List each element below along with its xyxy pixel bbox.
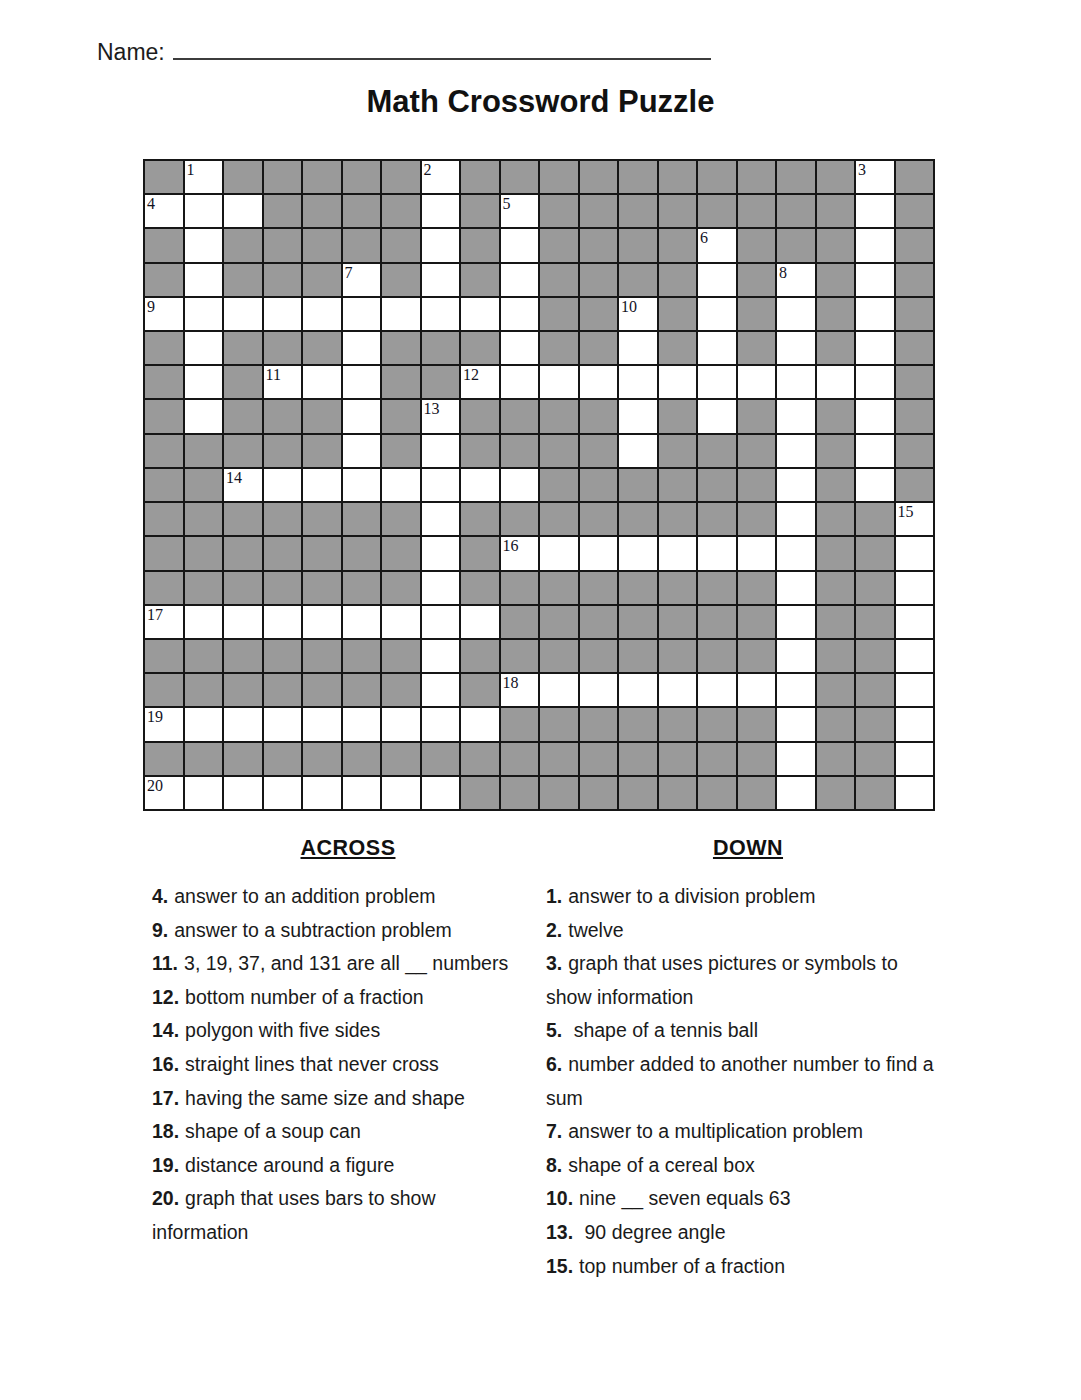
cell-r1-c20 bbox=[896, 161, 934, 193]
cell-r2-c8[interactable] bbox=[422, 195, 460, 227]
cell-r7-c6[interactable] bbox=[343, 366, 381, 398]
cell-r16-c15[interactable] bbox=[698, 674, 736, 706]
down-clue-5: 5. shape of a tennis ball bbox=[546, 1014, 950, 1048]
cell-r17-c9[interactable] bbox=[461, 708, 499, 740]
cell-r11-c14 bbox=[659, 503, 697, 535]
cell-r1-c4 bbox=[264, 161, 302, 193]
cell-r15-c9 bbox=[461, 640, 499, 672]
cell-r5-c8[interactable] bbox=[422, 298, 460, 330]
cell-r1-c14 bbox=[659, 161, 697, 193]
name-blank-line[interactable] bbox=[173, 36, 711, 60]
clue-number: 9. bbox=[152, 919, 168, 941]
cell-r16-c10[interactable]: 18 bbox=[501, 674, 539, 706]
cell-r13-c16 bbox=[738, 572, 776, 604]
cell-r16-c13[interactable] bbox=[619, 674, 657, 706]
cell-r2-c3[interactable] bbox=[224, 195, 262, 227]
cell-r9-c19[interactable] bbox=[856, 435, 894, 467]
cell-r2-c17 bbox=[777, 195, 815, 227]
cell-r2-c19[interactable] bbox=[856, 195, 894, 227]
cell-r10-c6[interactable] bbox=[343, 469, 381, 501]
cell-r16-c8[interactable] bbox=[422, 674, 460, 706]
cell-r16-c14[interactable] bbox=[659, 674, 697, 706]
cell-r12-c7 bbox=[382, 537, 420, 569]
cell-r5-c20 bbox=[896, 298, 934, 330]
cell-number: 2 bbox=[424, 161, 432, 179]
cell-r8-c4 bbox=[264, 400, 302, 432]
cell-r15-c11 bbox=[540, 640, 578, 672]
cell-r6-c15[interactable] bbox=[698, 332, 736, 364]
cell-r18-c16 bbox=[738, 743, 776, 775]
cell-r10-c19[interactable] bbox=[856, 469, 894, 501]
cell-r5-c3[interactable] bbox=[224, 298, 262, 330]
cell-r16-c11[interactable] bbox=[540, 674, 578, 706]
cell-r16-c18 bbox=[817, 674, 855, 706]
cell-r8-c18 bbox=[817, 400, 855, 432]
cell-r19-c17[interactable] bbox=[777, 777, 815, 809]
clue-text: bottom number of a fraction bbox=[185, 986, 423, 1008]
cell-r6-c7 bbox=[382, 332, 420, 364]
cell-r17-c20[interactable] bbox=[896, 708, 934, 740]
cell-r12-c18 bbox=[817, 537, 855, 569]
cell-r10-c5[interactable] bbox=[303, 469, 341, 501]
cell-r10-c17[interactable] bbox=[777, 469, 815, 501]
cell-r6-c2[interactable] bbox=[185, 332, 223, 364]
cell-r15-c14 bbox=[659, 640, 697, 672]
cell-r13-c10 bbox=[501, 572, 539, 604]
cell-r4-c5 bbox=[303, 264, 341, 296]
cell-r14-c16 bbox=[738, 606, 776, 638]
cell-r7-c17[interactable] bbox=[777, 366, 815, 398]
cell-r18-c18 bbox=[817, 743, 855, 775]
cell-r5-c7[interactable] bbox=[382, 298, 420, 330]
cell-r19-c6[interactable] bbox=[343, 777, 381, 809]
cell-r8-c13[interactable] bbox=[619, 400, 657, 432]
cell-r5-c16 bbox=[738, 298, 776, 330]
cell-r9-c13[interactable] bbox=[619, 435, 657, 467]
cell-r10-c18 bbox=[817, 469, 855, 501]
cell-r6-c11 bbox=[540, 332, 578, 364]
cell-r2-c2[interactable] bbox=[185, 195, 223, 227]
cell-r12-c15[interactable] bbox=[698, 537, 736, 569]
cell-r16-c6 bbox=[343, 674, 381, 706]
cell-r18-c19 bbox=[856, 743, 894, 775]
cell-r4-c17[interactable]: 8 bbox=[777, 264, 815, 296]
cell-r17-c1[interactable]: 19 bbox=[145, 708, 183, 740]
cell-r17-c5[interactable] bbox=[303, 708, 341, 740]
cell-r7-c3 bbox=[224, 366, 262, 398]
cell-r19-c1[interactable]: 20 bbox=[145, 777, 183, 809]
cell-r14-c17[interactable] bbox=[777, 606, 815, 638]
cell-r19-c14 bbox=[659, 777, 697, 809]
cell-r6-c20 bbox=[896, 332, 934, 364]
cell-r7-c5[interactable] bbox=[303, 366, 341, 398]
cell-r18-c3 bbox=[224, 743, 262, 775]
cell-r17-c15 bbox=[698, 708, 736, 740]
cell-r18-c17[interactable] bbox=[777, 743, 815, 775]
cell-r15-c17[interactable] bbox=[777, 640, 815, 672]
cell-r2-c5 bbox=[303, 195, 341, 227]
cell-r2-c1[interactable]: 4 bbox=[145, 195, 183, 227]
cell-r11-c4 bbox=[264, 503, 302, 535]
cell-r19-c12 bbox=[580, 777, 618, 809]
clue-text: answer to a multiplication problem bbox=[568, 1120, 863, 1142]
cell-r3-c15[interactable]: 6 bbox=[698, 229, 736, 261]
cell-r9-c11 bbox=[540, 435, 578, 467]
cell-r11-c9 bbox=[461, 503, 499, 535]
cell-r3-c16 bbox=[738, 229, 776, 261]
cell-number: 1 bbox=[187, 161, 195, 179]
cell-r9-c12 bbox=[580, 435, 618, 467]
worksheet-page: Name: Math Crossword Puzzle 123456789101… bbox=[0, 0, 1081, 1400]
cell-r19-c2[interactable] bbox=[185, 777, 223, 809]
cell-r19-c4[interactable] bbox=[264, 777, 302, 809]
clue-text: 3, 19, 37, and 131 are all __ numbers bbox=[184, 952, 508, 974]
cell-r19-c7[interactable] bbox=[382, 777, 420, 809]
cell-r15-c13 bbox=[619, 640, 657, 672]
cell-r8-c20 bbox=[896, 400, 934, 432]
cell-r15-c3 bbox=[224, 640, 262, 672]
cell-r15-c10 bbox=[501, 640, 539, 672]
cell-r9-c6[interactable] bbox=[343, 435, 381, 467]
cell-r14-c1[interactable]: 17 bbox=[145, 606, 183, 638]
cell-r13-c1 bbox=[145, 572, 183, 604]
cell-r12-c12[interactable] bbox=[580, 537, 618, 569]
cell-r5-c4[interactable] bbox=[264, 298, 302, 330]
cell-r10-c9[interactable] bbox=[461, 469, 499, 501]
cell-r14-c8[interactable] bbox=[422, 606, 460, 638]
cell-r16-c16[interactable] bbox=[738, 674, 776, 706]
cell-r4-c10[interactable] bbox=[501, 264, 539, 296]
cell-r4-c4 bbox=[264, 264, 302, 296]
cell-r6-c14 bbox=[659, 332, 697, 364]
cell-r15-c16 bbox=[738, 640, 776, 672]
cell-r7-c12[interactable] bbox=[580, 366, 618, 398]
cell-r7-c2[interactable] bbox=[185, 366, 223, 398]
cell-r6-c17[interactable] bbox=[777, 332, 815, 364]
cell-r11-c3 bbox=[224, 503, 262, 535]
cell-r10-c4[interactable] bbox=[264, 469, 302, 501]
cell-r17-c13 bbox=[619, 708, 657, 740]
cell-r3-c11 bbox=[540, 229, 578, 261]
cell-r16-c17[interactable] bbox=[777, 674, 815, 706]
cell-r11-c18 bbox=[817, 503, 855, 535]
cell-r15-c15 bbox=[698, 640, 736, 672]
cell-r2-c15 bbox=[698, 195, 736, 227]
cell-r15-c5 bbox=[303, 640, 341, 672]
cell-r3-c19[interactable] bbox=[856, 229, 894, 261]
cell-r5-c6[interactable] bbox=[343, 298, 381, 330]
cell-r10-c8[interactable] bbox=[422, 469, 460, 501]
cell-r7-c4[interactable]: 11 bbox=[264, 366, 302, 398]
cell-r11-c5 bbox=[303, 503, 341, 535]
cell-r3-c8[interactable] bbox=[422, 229, 460, 261]
cell-r14-c9[interactable] bbox=[461, 606, 499, 638]
cell-r13-c9 bbox=[461, 572, 499, 604]
cell-r19-c13 bbox=[619, 777, 657, 809]
cell-r4-c8[interactable] bbox=[422, 264, 460, 296]
cell-r13-c5 bbox=[303, 572, 341, 604]
cell-r19-c18 bbox=[817, 777, 855, 809]
cell-r12-c6 bbox=[343, 537, 381, 569]
cell-r4-c7 bbox=[382, 264, 420, 296]
cell-r16-c20[interactable] bbox=[896, 674, 934, 706]
cell-r14-c12 bbox=[580, 606, 618, 638]
clue-number: 20. bbox=[152, 1187, 179, 1209]
cell-r12-c16[interactable] bbox=[738, 537, 776, 569]
cell-r19-c3[interactable] bbox=[224, 777, 262, 809]
cell-r1-c18 bbox=[817, 161, 855, 193]
cell-r17-c18 bbox=[817, 708, 855, 740]
cell-r3-c3 bbox=[224, 229, 262, 261]
cell-r4-c15[interactable] bbox=[698, 264, 736, 296]
cell-r4-c2[interactable] bbox=[185, 264, 223, 296]
cell-r14-c14 bbox=[659, 606, 697, 638]
cell-r19-c5[interactable] bbox=[303, 777, 341, 809]
cell-r5-c13[interactable]: 10 bbox=[619, 298, 657, 330]
cell-r14-c18 bbox=[817, 606, 855, 638]
cell-number: 10 bbox=[621, 298, 637, 316]
cell-r16-c7 bbox=[382, 674, 420, 706]
cell-r2-c18 bbox=[817, 195, 855, 227]
cell-r3-c2[interactable] bbox=[185, 229, 223, 261]
cell-r14-c2[interactable] bbox=[185, 606, 223, 638]
cell-r17-c3[interactable] bbox=[224, 708, 262, 740]
cell-r8-c11 bbox=[540, 400, 578, 432]
cell-r15-c8[interactable] bbox=[422, 640, 460, 672]
cell-r8-c17[interactable] bbox=[777, 400, 815, 432]
cell-r9-c8[interactable] bbox=[422, 435, 460, 467]
cell-r8-c2[interactable] bbox=[185, 400, 223, 432]
cell-r10-c7[interactable] bbox=[382, 469, 420, 501]
cell-r11-c1 bbox=[145, 503, 183, 535]
cell-r14-c5[interactable] bbox=[303, 606, 341, 638]
cell-r8-c6[interactable] bbox=[343, 400, 381, 432]
cell-r14-c19 bbox=[856, 606, 894, 638]
cell-r12-c14[interactable] bbox=[659, 537, 697, 569]
cell-r18-c7 bbox=[382, 743, 420, 775]
cell-r12-c11[interactable] bbox=[540, 537, 578, 569]
cell-r8-c19[interactable] bbox=[856, 400, 894, 432]
cell-r5-c15[interactable] bbox=[698, 298, 736, 330]
across-clue-20: 20.graph that uses bars to show informat… bbox=[152, 1182, 544, 1249]
cell-r15-c12 bbox=[580, 640, 618, 672]
cell-r5-c17[interactable] bbox=[777, 298, 815, 330]
cell-r1-c19[interactable]: 3 bbox=[856, 161, 894, 193]
cell-r11-c6 bbox=[343, 503, 381, 535]
cell-r19-c19 bbox=[856, 777, 894, 809]
cell-r7-c16[interactable] bbox=[738, 366, 776, 398]
cell-r16-c2 bbox=[185, 674, 223, 706]
down-clue-15: 15.top number of a fraction bbox=[546, 1250, 950, 1284]
cell-r17-c4[interactable] bbox=[264, 708, 302, 740]
cell-r3-c10[interactable] bbox=[501, 229, 539, 261]
cell-r12-c2 bbox=[185, 537, 223, 569]
cell-r19-c9 bbox=[461, 777, 499, 809]
cell-r11-c8[interactable] bbox=[422, 503, 460, 535]
cell-r1-c5 bbox=[303, 161, 341, 193]
cell-r7-c18[interactable] bbox=[817, 366, 855, 398]
down-clue-7: 7.answer to a multiplication problem bbox=[546, 1115, 950, 1149]
clue-text: graph that uses bars to show information bbox=[152, 1187, 436, 1243]
cell-r2-c10[interactable]: 5 bbox=[501, 195, 539, 227]
cell-r14-c10 bbox=[501, 606, 539, 638]
cell-r12-c20[interactable] bbox=[896, 537, 934, 569]
cell-number: 4 bbox=[147, 195, 155, 213]
cell-number: 8 bbox=[779, 264, 787, 282]
cell-r12-c13[interactable] bbox=[619, 537, 657, 569]
cell-r3-c14 bbox=[659, 229, 697, 261]
across-section: ACROSS 4.answer to an addition problem9.… bbox=[152, 836, 544, 1250]
cell-r11-c2 bbox=[185, 503, 223, 535]
cell-r2-c20 bbox=[896, 195, 934, 227]
cell-number: 19 bbox=[147, 708, 163, 726]
cell-r6-c4 bbox=[264, 332, 302, 364]
cell-r9-c17[interactable] bbox=[777, 435, 815, 467]
clue-text: graph that uses pictures or symbols to s… bbox=[546, 952, 898, 1008]
cell-r13-c4 bbox=[264, 572, 302, 604]
cell-number: 18 bbox=[503, 674, 519, 692]
cell-r13-c17[interactable] bbox=[777, 572, 815, 604]
cell-r15-c18 bbox=[817, 640, 855, 672]
clue-number: 2. bbox=[546, 919, 562, 941]
cell-r18-c5 bbox=[303, 743, 341, 775]
cell-r14-c3[interactable] bbox=[224, 606, 262, 638]
cell-r11-c16 bbox=[738, 503, 776, 535]
cell-r7-c11[interactable] bbox=[540, 366, 578, 398]
cell-r12-c17[interactable] bbox=[777, 537, 815, 569]
cell-r6-c19[interactable] bbox=[856, 332, 894, 364]
cell-r7-c13[interactable] bbox=[619, 366, 657, 398]
cell-r8-c5 bbox=[303, 400, 341, 432]
cell-r14-c13 bbox=[619, 606, 657, 638]
cell-r5-c9[interactable] bbox=[461, 298, 499, 330]
cell-r13-c8[interactable] bbox=[422, 572, 460, 604]
cell-r4-c6[interactable]: 7 bbox=[343, 264, 381, 296]
clue-number: 5. bbox=[546, 1019, 562, 1041]
cell-r7-c14[interactable] bbox=[659, 366, 697, 398]
cell-r12-c5 bbox=[303, 537, 341, 569]
cell-r6-c10[interactable] bbox=[501, 332, 539, 364]
cell-r17-c7[interactable] bbox=[382, 708, 420, 740]
clue-number: 6. bbox=[546, 1053, 562, 1075]
cell-r11-c20[interactable]: 15 bbox=[896, 503, 934, 535]
cell-r17-c12 bbox=[580, 708, 618, 740]
cell-r6-c13[interactable] bbox=[619, 332, 657, 364]
cell-r1-c3 bbox=[224, 161, 262, 193]
cell-r5-c19[interactable] bbox=[856, 298, 894, 330]
cell-r8-c8[interactable]: 13 bbox=[422, 400, 460, 432]
across-clue-11: 11.3, 19, 37, and 131 are all __ numbers bbox=[152, 947, 544, 981]
clue-text: 90 degree angle bbox=[579, 1221, 725, 1243]
cell-r8-c16 bbox=[738, 400, 776, 432]
cell-r5-c2[interactable] bbox=[185, 298, 223, 330]
cell-r3-c4 bbox=[264, 229, 302, 261]
cell-r4-c13 bbox=[619, 264, 657, 296]
cell-r11-c17[interactable] bbox=[777, 503, 815, 535]
across-clue-12: 12.bottom number of a fraction bbox=[152, 981, 544, 1015]
clue-text: answer to an addition problem bbox=[174, 885, 435, 907]
cell-r17-c17[interactable] bbox=[777, 708, 815, 740]
clue-number: 1. bbox=[546, 885, 562, 907]
cell-r14-c4[interactable] bbox=[264, 606, 302, 638]
clue-text: answer to a division problem bbox=[568, 885, 815, 907]
cell-r10-c1 bbox=[145, 469, 183, 501]
cell-r7-c15[interactable] bbox=[698, 366, 736, 398]
cell-r15-c20[interactable] bbox=[896, 640, 934, 672]
cell-number: 9 bbox=[147, 298, 155, 316]
cell-r16-c3 bbox=[224, 674, 262, 706]
down-clue-list: 1.answer to a division problem2.twelve3.… bbox=[546, 880, 950, 1283]
clue-number: 15. bbox=[546, 1255, 573, 1277]
cell-r12-c10[interactable]: 16 bbox=[501, 537, 539, 569]
clue-text: straight lines that never cross bbox=[185, 1053, 439, 1075]
down-clue-1: 1.answer to a division problem bbox=[546, 880, 950, 914]
clue-text: top number of a fraction bbox=[579, 1255, 785, 1277]
cell-r5-c10[interactable] bbox=[501, 298, 539, 330]
cell-r1-c8[interactable]: 2 bbox=[422, 161, 460, 193]
cell-r17-c2[interactable] bbox=[185, 708, 223, 740]
cell-r1-c10 bbox=[501, 161, 539, 193]
cell-r6-c6[interactable] bbox=[343, 332, 381, 364]
cell-r7-c19[interactable] bbox=[856, 366, 894, 398]
cell-r17-c8[interactable] bbox=[422, 708, 460, 740]
cell-r10-c3[interactable]: 14 bbox=[224, 469, 262, 501]
cell-r10-c11 bbox=[540, 469, 578, 501]
cell-r19-c20[interactable] bbox=[896, 777, 934, 809]
cell-r19-c11 bbox=[540, 777, 578, 809]
cell-r8-c15[interactable] bbox=[698, 400, 736, 432]
cell-r1-c17 bbox=[777, 161, 815, 193]
page-title: Math Crossword Puzzle bbox=[0, 84, 1081, 120]
cell-r5-c5[interactable] bbox=[303, 298, 341, 330]
cell-r4-c19[interactable] bbox=[856, 264, 894, 296]
cell-r11-c10 bbox=[501, 503, 539, 535]
cell-r7-c10[interactable] bbox=[501, 366, 539, 398]
cell-r14-c20[interactable] bbox=[896, 606, 934, 638]
cell-number: 16 bbox=[503, 537, 519, 555]
clue-text: number added to another number to find a… bbox=[546, 1053, 934, 1109]
cell-r18-c20[interactable] bbox=[896, 743, 934, 775]
cell-r4-c11 bbox=[540, 264, 578, 296]
cell-r14-c7[interactable] bbox=[382, 606, 420, 638]
cell-r15-c1 bbox=[145, 640, 183, 672]
cell-r3-c17 bbox=[777, 229, 815, 261]
cell-r6-c18 bbox=[817, 332, 855, 364]
cell-r15-c6 bbox=[343, 640, 381, 672]
cell-r13-c20[interactable] bbox=[896, 572, 934, 604]
cell-r3-c1 bbox=[145, 229, 183, 261]
across-clue-9: 9.answer to a subtraction problem bbox=[152, 914, 544, 948]
cell-r2-c12 bbox=[580, 195, 618, 227]
cell-r1-c16 bbox=[738, 161, 776, 193]
cell-r13-c14 bbox=[659, 572, 697, 604]
cell-r2-c9 bbox=[461, 195, 499, 227]
cell-r19-c10 bbox=[501, 777, 539, 809]
cell-r17-c6[interactable] bbox=[343, 708, 381, 740]
cell-r5-c1[interactable]: 9 bbox=[145, 298, 183, 330]
cell-r1-c2[interactable]: 1 bbox=[185, 161, 223, 193]
cell-r7-c9[interactable]: 12 bbox=[461, 366, 499, 398]
cell-r16-c1 bbox=[145, 674, 183, 706]
cell-r12-c8[interactable] bbox=[422, 537, 460, 569]
cell-r3-c13 bbox=[619, 229, 657, 261]
clue-number: 4. bbox=[152, 885, 168, 907]
cell-r17-c19 bbox=[856, 708, 894, 740]
cell-r16-c12[interactable] bbox=[580, 674, 618, 706]
cell-r14-c6[interactable] bbox=[343, 606, 381, 638]
cell-r19-c8[interactable] bbox=[422, 777, 460, 809]
cell-r10-c10[interactable] bbox=[501, 469, 539, 501]
